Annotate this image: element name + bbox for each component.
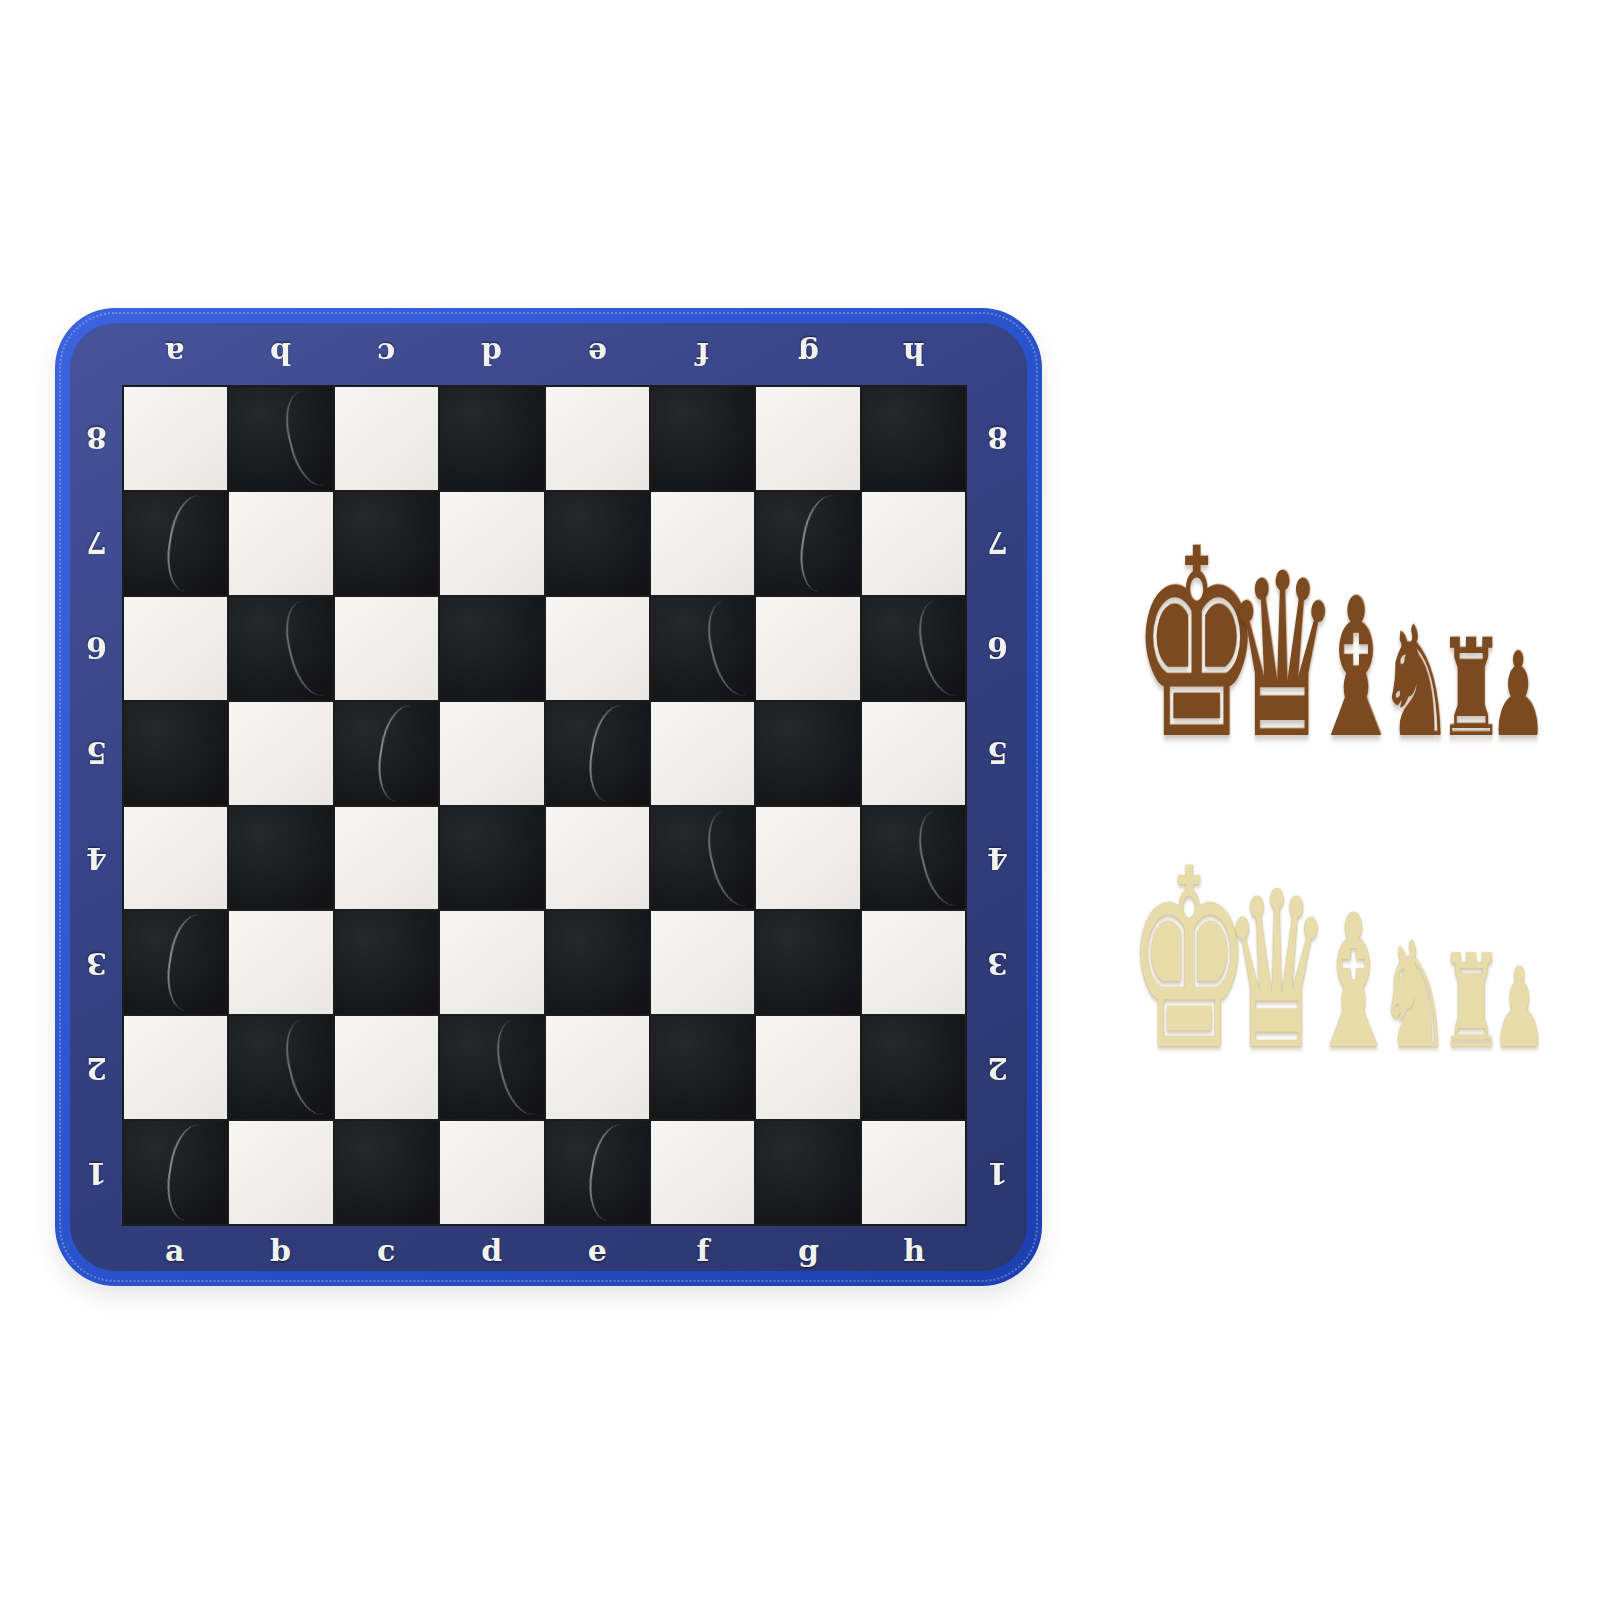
rank-label-left-1: 1 (76, 1121, 116, 1226)
file-label-bottom-d: d (439, 1230, 545, 1270)
light-pieces-row: ♚♛♝♞♜♟ (1078, 836, 1514, 1084)
square-c2 (335, 1016, 438, 1119)
square-e3 (546, 911, 649, 1014)
rank-label-left-7: 7 (76, 490, 116, 595)
square-h7 (862, 492, 965, 595)
square-b7 (229, 492, 332, 595)
square-d2 (440, 1016, 543, 1119)
rank-label-left-4: 4 (76, 806, 116, 911)
rank-label-right-3: 3 (977, 911, 1017, 1016)
file-label-bottom-b: b (228, 1230, 334, 1270)
square-d7 (440, 492, 543, 595)
square-d5 (440, 702, 543, 805)
square-h2 (862, 1016, 965, 1119)
file-label-top-a: a (122, 333, 228, 373)
rank-label-left-6: 6 (76, 595, 116, 700)
square-g7 (756, 492, 859, 595)
rank-label-left-2: 2 (76, 1016, 116, 1121)
piece-light-king: ♚ (1078, 836, 1176, 1084)
file-label-bottom-g: g (756, 1230, 862, 1270)
square-f4 (651, 807, 754, 910)
file-label-top-h: h (861, 333, 967, 373)
square-a6 (124, 597, 227, 700)
square-f7 (651, 492, 754, 595)
file-label-top-b: b (228, 333, 334, 373)
square-f5 (651, 702, 754, 805)
square-a2 (124, 1016, 227, 1119)
file-label-top-e: e (545, 333, 651, 373)
rank-label-right-4: 4 (977, 806, 1017, 911)
chess-mat: abcdefgh 87654321 87654321 abcdefgh (55, 308, 1042, 1286)
file-label-top-f: f (650, 333, 756, 373)
file-labels-top: abcdefgh (122, 333, 967, 373)
file-label-bottom-a: a (122, 1230, 228, 1270)
square-e2 (546, 1016, 649, 1119)
square-b6 (229, 597, 332, 700)
file-labels-bottom: abcdefgh (122, 1230, 967, 1270)
rank-label-right-6: 6 (977, 595, 1017, 700)
square-e5 (546, 702, 649, 805)
square-c6 (335, 597, 438, 700)
square-c8 (335, 387, 438, 490)
square-b1 (229, 1121, 332, 1224)
square-f1 (651, 1121, 754, 1224)
square-c3 (335, 911, 438, 1014)
square-g3 (756, 911, 859, 1014)
square-e8 (546, 387, 649, 490)
square-c7 (335, 492, 438, 595)
dark-pieces-row: ♚♛♝♞♜♟ (1080, 515, 1512, 775)
square-a1 (124, 1121, 227, 1224)
square-g6 (756, 597, 859, 700)
square-d4 (440, 807, 543, 910)
square-f6 (651, 597, 754, 700)
file-label-bottom-e: e (545, 1230, 651, 1270)
square-b4 (229, 807, 332, 910)
square-g8 (756, 387, 859, 490)
chess-board (122, 385, 967, 1226)
file-label-bottom-f: f (650, 1230, 756, 1270)
rank-label-right-7: 7 (977, 490, 1017, 595)
file-label-top-g: g (756, 333, 862, 373)
square-h4 (862, 807, 965, 910)
square-d8 (440, 387, 543, 490)
square-c1 (335, 1121, 438, 1224)
light-pawn-glyph: ♟ (1492, 953, 1547, 1063)
square-a4 (124, 807, 227, 910)
square-a5 (124, 702, 227, 805)
file-label-bottom-h: h (861, 1230, 967, 1270)
rank-label-right-5: 5 (977, 700, 1017, 805)
rank-label-left-3: 3 (76, 911, 116, 1016)
square-a3 (124, 911, 227, 1014)
square-h8 (862, 387, 965, 490)
mat-inner-field: abcdefgh 87654321 87654321 abcdefgh (70, 323, 1027, 1271)
file-label-bottom-c: c (333, 1230, 439, 1270)
square-b5 (229, 702, 332, 805)
square-d3 (440, 911, 543, 1014)
rank-label-left-5: 5 (76, 700, 116, 805)
square-d1 (440, 1121, 543, 1224)
piece-dark-king: ♚ (1080, 515, 1180, 775)
square-b8 (229, 387, 332, 490)
square-d6 (440, 597, 543, 700)
square-g5 (756, 702, 859, 805)
square-g4 (756, 807, 859, 910)
file-label-top-d: d (439, 333, 545, 373)
square-h6 (862, 597, 965, 700)
square-a8 (124, 387, 227, 490)
rank-labels-right: 87654321 (977, 385, 1017, 1226)
square-a7 (124, 492, 227, 595)
square-g2 (756, 1016, 859, 1119)
square-e1 (546, 1121, 649, 1224)
square-f2 (651, 1016, 754, 1119)
rank-label-left-8: 8 (76, 385, 116, 490)
square-e4 (546, 807, 649, 910)
square-c5 (335, 702, 438, 805)
square-h1 (862, 1121, 965, 1224)
square-c4 (335, 807, 438, 910)
square-h5 (862, 702, 965, 805)
square-e6 (546, 597, 649, 700)
square-e7 (546, 492, 649, 595)
rank-label-right-1: 1 (977, 1121, 1017, 1226)
square-f8 (651, 387, 754, 490)
square-f3 (651, 911, 754, 1014)
square-h3 (862, 911, 965, 1014)
square-b3 (229, 911, 332, 1014)
rank-label-right-2: 2 (977, 1016, 1017, 1121)
square-g1 (756, 1121, 859, 1224)
dark-pawn-glyph: ♟ (1489, 637, 1547, 753)
rank-labels-left: 87654321 (76, 385, 116, 1226)
square-b2 (229, 1016, 332, 1119)
file-label-top-c: c (333, 333, 439, 373)
rank-label-right-8: 8 (977, 385, 1017, 490)
